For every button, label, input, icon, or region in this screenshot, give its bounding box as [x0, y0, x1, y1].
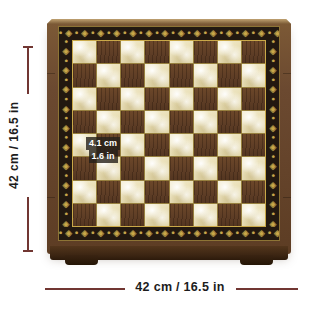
board-square: [194, 64, 217, 86]
board-square: [170, 41, 193, 63]
board-square: [73, 181, 96, 203]
board-square: [242, 64, 265, 86]
board-square: [242, 41, 265, 63]
board-square: [145, 134, 168, 156]
corner-seam: [283, 197, 291, 198]
board-square: [121, 111, 144, 133]
board-square: [170, 111, 193, 133]
board-square: [73, 111, 96, 133]
board-square: [194, 204, 217, 226]
board-square: [121, 41, 144, 63]
board-square: [121, 181, 144, 203]
dimension-line-vertical: [27, 48, 29, 94]
dimension-line-vertical: [27, 197, 29, 250]
inlay-border-ring: •◈•◈•◈•◈•◈•◈•◈•◈•◈•◈•◈•◈•◈•◈•◈•◈•◈•◈•◈•◈…: [58, 26, 280, 241]
board-top-bevel: [48, 19, 290, 24]
corner-seam: [47, 73, 55, 74]
board-square: [194, 111, 217, 133]
board-square: [218, 41, 241, 63]
board-foot: [65, 255, 98, 265]
corner-seam: [47, 197, 55, 198]
board-square: [194, 134, 217, 156]
product-photo: 42 cm / 16.5 in •◈•◈•◈•◈•◈•◈•◈•◈•◈•◈•◈•◈…: [0, 0, 330, 322]
board-square: [145, 204, 168, 226]
square-size-cm: 4.1 cm: [86, 137, 120, 150]
board-square: [170, 134, 193, 156]
board-square: [194, 181, 217, 203]
chess-board: •◈•◈•◈•◈•◈•◈•◈•◈•◈•◈•◈•◈•◈•◈•◈•◈•◈•◈•◈•◈…: [47, 19, 291, 254]
board-square: [73, 204, 96, 226]
bottom-dimension-label: 42 cm / 16.5 in: [126, 280, 234, 294]
board-square: [194, 157, 217, 179]
board-square: [194, 41, 217, 63]
board-squares-grid: [72, 40, 266, 227]
board-square: [97, 88, 120, 110]
board-square: [242, 111, 265, 133]
board-square: [97, 204, 120, 226]
board-square: [97, 41, 120, 63]
board-square: [194, 88, 217, 110]
corner-seam: [283, 73, 291, 74]
dimension-tick: [23, 250, 33, 252]
board-square: [218, 181, 241, 203]
board-square: [73, 41, 96, 63]
board-square: [121, 134, 144, 156]
dimension-line-horizontal: [236, 288, 298, 290]
left-dimension-label: 42 cm / 16.5 in: [2, 92, 26, 198]
board-square: [97, 64, 120, 86]
board-square: [218, 157, 241, 179]
ornament-band-top: •◈•◈•◈•◈•◈•◈•◈•◈•◈•◈•◈•◈•◈•◈•◈•◈•◈•◈•◈•◈…: [59, 27, 279, 40]
board-square: [145, 181, 168, 203]
board-square: [145, 157, 168, 179]
board-square: [242, 134, 265, 156]
ornament-band-left: •◈•◈•◈•◈•◈•◈•◈•◈•◈•◈•◈•◈•◈•◈•◈•◈•◈•◈•◈•◈…: [59, 40, 72, 227]
board-square: [145, 88, 168, 110]
board-square: [97, 111, 120, 133]
board-square: [218, 64, 241, 86]
board-square: [242, 181, 265, 203]
board-foot: [240, 255, 273, 265]
board-square: [73, 88, 96, 110]
board-square: [218, 204, 241, 226]
board-square: [218, 111, 241, 133]
dimension-line-horizontal: [45, 288, 125, 290]
board-square: [170, 88, 193, 110]
ornament-band-bottom: •◈•◈•◈•◈•◈•◈•◈•◈•◈•◈•◈•◈•◈•◈•◈•◈•◈•◈•◈•◈…: [59, 227, 279, 240]
board-square: [170, 181, 193, 203]
board-square: [242, 204, 265, 226]
board-square: [242, 157, 265, 179]
board-square: [170, 64, 193, 86]
board-square: [97, 181, 120, 203]
board-square: [242, 88, 265, 110]
board-square: [121, 204, 144, 226]
board-square: [145, 41, 168, 63]
square-size-callout: 4.1 cm 1.6 in: [86, 137, 120, 163]
board-square: [121, 157, 144, 179]
board-square: [218, 134, 241, 156]
board-square: [73, 64, 96, 86]
board-square: [170, 157, 193, 179]
board-square: [145, 111, 168, 133]
board-square: [145, 64, 168, 86]
ornament-band-right: •◈•◈•◈•◈•◈•◈•◈•◈•◈•◈•◈•◈•◈•◈•◈•◈•◈•◈•◈•◈…: [266, 40, 279, 227]
board-square: [218, 88, 241, 110]
board-square: [170, 204, 193, 226]
board-square: [121, 64, 144, 86]
square-size-in: 1.6 in: [89, 150, 118, 163]
board-square: [121, 88, 144, 110]
